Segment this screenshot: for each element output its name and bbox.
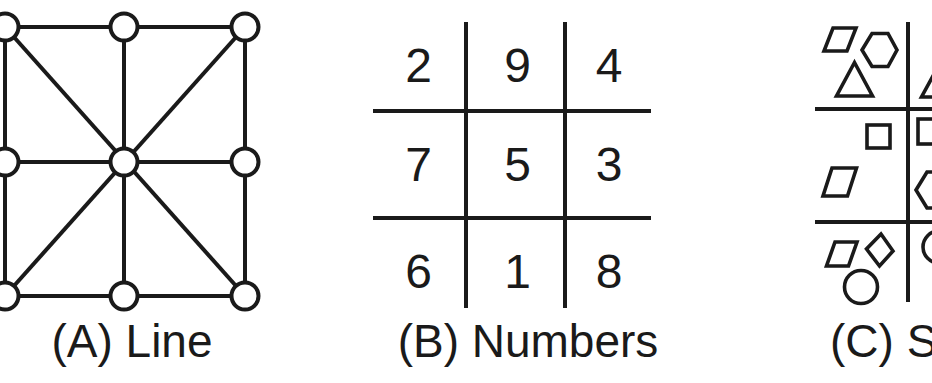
caption-line: (A) Line <box>0 318 264 364</box>
shapes-board <box>815 0 932 320</box>
hexagon-icon <box>862 34 897 67</box>
number-cell-r3c1: 6 <box>373 220 464 308</box>
node-top-middle <box>111 14 138 41</box>
figure-canvas: (A) Line 2 9 4 7 5 3 6 1 8 (B) Numbers <box>0 0 932 383</box>
node-center <box>111 149 138 176</box>
parallelogram-icon <box>827 242 858 266</box>
triangle-icon <box>837 63 873 97</box>
square-icon <box>867 125 890 148</box>
node-top-left <box>0 14 19 41</box>
number-cell-r3c3: 8 <box>567 220 651 308</box>
node-middle-left <box>0 149 19 176</box>
node-bottom-right <box>232 283 259 310</box>
number-cell-r3c2: 1 <box>464 220 567 308</box>
number-cell-r2c1: 7 <box>373 109 464 220</box>
triangle-icon-partial <box>922 63 932 97</box>
node-bottom-middle <box>111 283 138 310</box>
circle-icon <box>845 271 878 304</box>
circle-icon-partial <box>923 231 932 263</box>
number-cell-r1c2: 9 <box>464 22 567 109</box>
number-cell-r1c3: 4 <box>567 22 651 109</box>
line-graph-board <box>0 0 270 316</box>
square-icon-partial <box>918 119 932 144</box>
number-cell-r2c3: 3 <box>567 109 651 220</box>
hexagon-icon-partial <box>916 172 932 208</box>
node-bottom-left <box>0 283 19 310</box>
parallelogram-icon <box>823 168 857 196</box>
number-cell-r1c1: 2 <box>373 22 464 109</box>
numbers-board: 2 9 4 7 5 3 6 1 8 <box>373 22 651 308</box>
shapes-cells <box>823 28 932 304</box>
node-middle-right <box>232 149 259 176</box>
caption-shapes: (C) S <box>830 318 932 364</box>
caption-numbers: (B) Numbers <box>378 318 678 364</box>
number-cell-r2c2: 5 <box>464 109 567 220</box>
node-top-right <box>232 14 259 41</box>
parallelogram-icon <box>824 28 856 51</box>
diamond-icon <box>867 234 894 266</box>
